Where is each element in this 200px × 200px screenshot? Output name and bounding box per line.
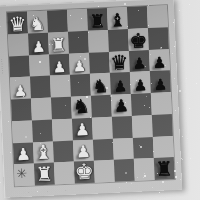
piece-bR-h1: ♜ (154, 159, 175, 179)
piece-wB-b2: ♝ (33, 142, 54, 162)
square-f8: ♝ (107, 7, 128, 30)
chess-board-frame: ······· · · · ♛♞♜♝♟♜♚♟♟♛♟♟♟♞♟♟♟♞♟♟♟♝♟✳♜♚… (0, 0, 182, 198)
square-g1 (134, 158, 155, 181)
square-h5: ♟ (150, 70, 171, 93)
square-f2 (113, 137, 134, 160)
piece-bR-e8: ♜ (87, 12, 108, 31)
square-b8: ♞ (27, 11, 48, 34)
square-f3 (112, 116, 133, 139)
square-a5: ♟ (10, 77, 31, 100)
square-b5 (30, 76, 51, 99)
square-b2: ♝ (33, 141, 54, 164)
square-a7 (8, 33, 29, 56)
square-d4: ♞ (71, 96, 92, 119)
square-e2 (93, 138, 114, 161)
square-f4: ♟ (111, 94, 132, 117)
square-d8 (67, 9, 88, 32)
square-f6: ♛ (109, 50, 130, 73)
square-f5: ♟ (110, 72, 131, 95)
square-e1 (94, 160, 115, 183)
square-h1: ♜ (154, 157, 175, 180)
square-h3 (152, 114, 173, 137)
square-f1 (114, 159, 135, 182)
square-f7 (108, 29, 129, 52)
chessboard-photo: ······· · · · ♛♞♜♝♟♜♚♟♟♛♟♟♟♞♟♟♟♞♟♟♟♝♟✳♜♚… (0, 0, 200, 200)
piece-bP-f4: ♟ (111, 98, 132, 115)
square-c5 (50, 75, 71, 98)
square-d3: ♟ (72, 117, 93, 140)
square-g3 (132, 115, 153, 138)
piece-wP-a2: ♟ (13, 146, 34, 163)
chess-board: ♛♞♜♝♟♜♚♟♟♛♟♟♟♞♟♟♟♞♟♟♟♝♟✳♜♚♜ (7, 5, 175, 186)
piece-bK-g7: ♚ (128, 30, 149, 51)
piece-bP-h5: ♟ (150, 77, 171, 93)
square-d5 (70, 74, 91, 97)
board-ornament-stamp: ✳ (16, 167, 27, 180)
square-g5: ♟ (130, 71, 151, 94)
piece-wP-d2: ♟ (73, 143, 94, 160)
square-d2: ♟ (73, 139, 94, 162)
piece-bP-f5: ♟ (110, 79, 131, 95)
piece-wP-d3: ♟ (72, 122, 93, 139)
square-g6: ♟ (129, 50, 150, 73)
board-edge-bottom-marks: · · · (28, 188, 75, 195)
square-c2 (53, 140, 74, 163)
square-c4 (51, 97, 72, 120)
piece-bB-f8: ♝ (107, 11, 128, 30)
square-c6: ♟ (49, 53, 70, 76)
square-e6 (89, 51, 110, 74)
square-h6: ♟ (149, 49, 170, 72)
square-c3 (52, 118, 73, 141)
square-h8 (147, 5, 168, 28)
piece-bQ-f6: ♛ (109, 52, 130, 73)
square-a6 (9, 55, 30, 78)
square-e7 (88, 30, 109, 53)
square-a2: ♟ (13, 142, 34, 165)
square-e8: ♜ (87, 8, 108, 31)
square-e3 (92, 117, 113, 140)
square-h4 (151, 92, 172, 115)
square-g2 (133, 136, 154, 159)
piece-wP-c6: ♟ (49, 60, 70, 76)
square-e5: ♞ (90, 73, 111, 96)
square-a1: ✳ (14, 164, 35, 187)
square-h7 (148, 27, 169, 50)
piece-wQ-a8: ♛ (7, 13, 28, 34)
square-a4 (11, 98, 32, 121)
square-b7: ♟ (28, 32, 49, 55)
square-b6 (29, 54, 50, 77)
board-edge-brand-text: ······· (0, 58, 8, 74)
square-b1: ♜ (34, 163, 55, 186)
piece-bP-g6: ♟ (129, 56, 150, 72)
square-d1: ♚ (74, 161, 95, 184)
square-g8 (127, 6, 148, 29)
square-g4 (131, 93, 152, 116)
square-g7: ♚ (128, 28, 149, 51)
square-d6: ♟ (69, 52, 90, 75)
square-a3 (12, 120, 33, 143)
piece-wP-d6: ♟ (69, 59, 90, 75)
square-d7 (68, 31, 89, 54)
square-c1 (54, 162, 75, 185)
piece-wP-a5: ♟ (10, 83, 31, 99)
square-b3 (32, 119, 53, 142)
square-c7: ♜ (48, 31, 69, 54)
square-e4 (91, 95, 112, 118)
square-a8: ♛ (7, 12, 28, 35)
piece-wR-c7: ♜ (48, 35, 69, 54)
piece-bP-h6: ♟ (149, 55, 170, 71)
piece-wR-b1: ♜ (34, 164, 55, 184)
piece-wN-b8: ♞ (27, 14, 48, 33)
square-b4 (31, 98, 52, 121)
piece-bN-d4: ♞ (71, 97, 92, 117)
piece-bP-g5: ♟ (130, 78, 151, 94)
piece-bN-e5: ♞ (90, 77, 111, 96)
square-h2 (153, 136, 174, 159)
square-c8 (47, 10, 68, 33)
piece-wP-b7: ♟ (28, 39, 49, 55)
piece-wK-d1: ♚ (74, 160, 95, 182)
